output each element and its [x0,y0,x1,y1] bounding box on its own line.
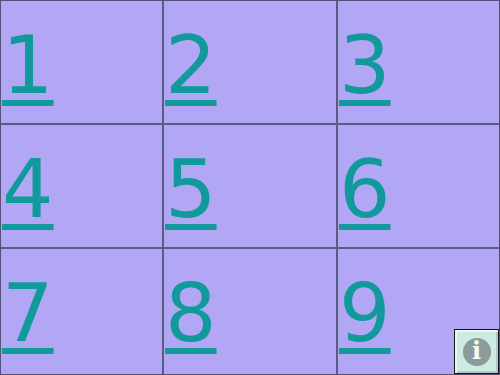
cell-7[interactable]: 7 [1,249,162,374]
cell-5[interactable]: 5 [164,125,336,247]
cell-2[interactable]: 2 [164,1,336,123]
cell-6[interactable]: 6 [338,125,499,247]
game-board: 1 2 3 4 5 6 7 8 9 i [0,0,500,375]
info-icon-glyph: i [472,339,481,363]
cell-4[interactable]: 4 [1,125,162,247]
cell-3[interactable]: 3 [338,1,499,123]
cell-8[interactable]: 8 [164,249,336,374]
cell-1[interactable]: 1 [1,1,162,123]
info-button[interactable]: i [454,329,499,374]
info-icon: i [463,338,491,366]
